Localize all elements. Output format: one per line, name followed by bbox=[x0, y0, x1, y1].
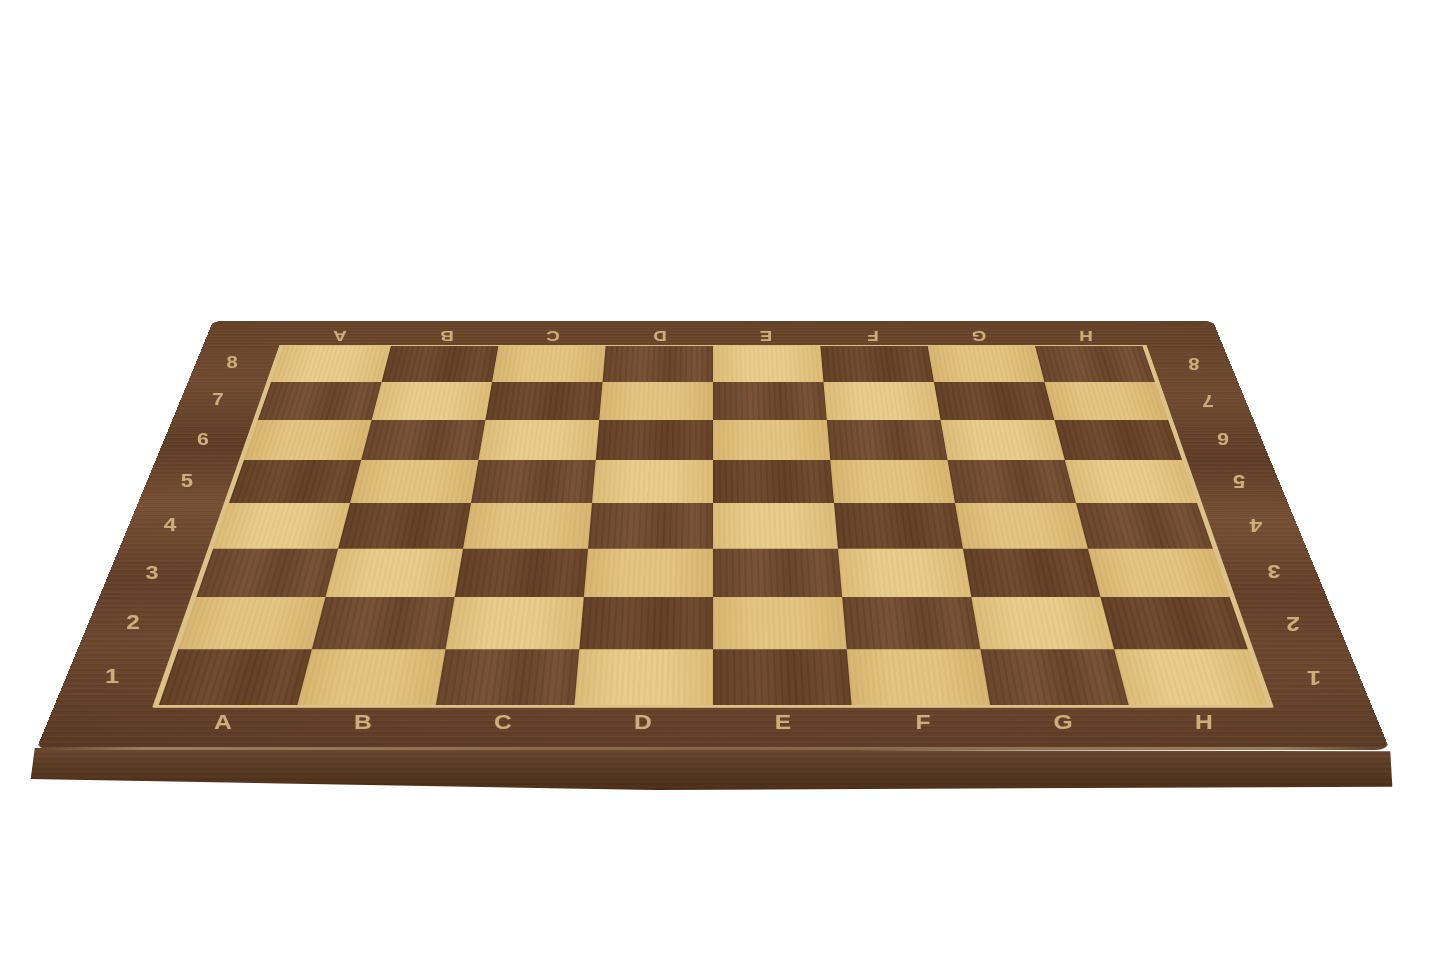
file-label-bottom-a: A bbox=[214, 713, 232, 733]
rank-label-left-2: 2 bbox=[126, 613, 140, 633]
rank-label-right-8: 8 bbox=[1188, 355, 1199, 371]
file-label-top-a: A bbox=[334, 328, 348, 343]
file-label-bottom-h: H bbox=[1195, 713, 1213, 733]
file-label-top-d: D bbox=[653, 328, 667, 343]
rank-label-left-8: 8 bbox=[227, 355, 238, 371]
file-label-top-h: H bbox=[1079, 328, 1093, 343]
file-label-top-g: G bbox=[972, 328, 987, 343]
rank-label-right-5: 5 bbox=[1233, 472, 1245, 490]
file-label-bottom-c: C bbox=[494, 713, 512, 733]
chessboard-scene: AABBCCDDEEFFGGHH1122334455667788 bbox=[0, 0, 1445, 963]
rank-label-left-5: 5 bbox=[181, 472, 193, 490]
file-label-bottom-f: F bbox=[916, 713, 931, 733]
rank-label-left-7: 7 bbox=[212, 392, 224, 409]
rank-label-left-1: 1 bbox=[105, 667, 119, 687]
rank-label-right-3: 3 bbox=[1267, 563, 1280, 582]
file-label-top-b: B bbox=[440, 328, 454, 343]
file-label-top-e: E bbox=[760, 328, 772, 343]
file-label-top-c: C bbox=[547, 328, 561, 343]
rank-label-left-3: 3 bbox=[146, 563, 159, 582]
file-label-bottom-g: G bbox=[1054, 713, 1073, 733]
rank-label-right-1: 1 bbox=[1307, 667, 1321, 687]
rank-label-right-2: 2 bbox=[1286, 613, 1300, 633]
rank-label-left-6: 6 bbox=[197, 431, 209, 448]
rank-label-right-6: 6 bbox=[1217, 431, 1229, 448]
file-label-bottom-e: E bbox=[775, 713, 791, 733]
rank-label-right-7: 7 bbox=[1202, 392, 1214, 409]
file-label-bottom-d: D bbox=[634, 713, 652, 733]
coordinate-labels: AABBCCDDEEFFGGHH1122334455667788 bbox=[0, 0, 1445, 963]
file-label-top-f: F bbox=[867, 328, 878, 343]
file-label-bottom-b: B bbox=[354, 713, 372, 733]
rank-label-left-4: 4 bbox=[164, 516, 177, 534]
rank-label-right-4: 4 bbox=[1249, 516, 1262, 534]
